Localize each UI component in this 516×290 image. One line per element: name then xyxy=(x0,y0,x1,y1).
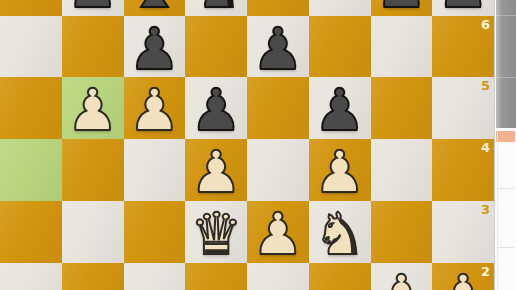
square-h7[interactable]: ♟ xyxy=(432,0,494,16)
scrollbar-thumb-line xyxy=(496,77,516,78)
piece-black-pawn-e6[interactable]: ♟ xyxy=(252,19,304,81)
square-f3[interactable]: ♞ xyxy=(309,201,371,263)
square-g2[interactable]: ♟ xyxy=(371,263,433,290)
piece-white-pawn-b5[interactable]: ♟ xyxy=(67,80,119,142)
square-b5[interactable]: ♟ xyxy=(62,77,124,139)
square-g4[interactable] xyxy=(371,139,433,201)
square-b2[interactable] xyxy=(62,263,124,290)
rank-label-6: 6 xyxy=(481,18,490,31)
panel-separator-line xyxy=(497,188,514,189)
square-b7[interactable]: ♟ xyxy=(62,0,124,16)
square-f2[interactable] xyxy=(309,263,371,290)
square-e4[interactable] xyxy=(247,139,309,201)
piece-white-pawn-c5[interactable]: ♟ xyxy=(128,80,180,142)
square-c4[interactable] xyxy=(124,139,186,201)
square-a4[interactable] xyxy=(0,139,62,201)
panel-separator-line xyxy=(497,247,514,248)
piece-white-pawn-h2[interactable]: ♟ xyxy=(437,266,489,290)
square-h3[interactable]: 3 xyxy=(432,201,494,263)
square-g7[interactable]: ♟ xyxy=(371,0,433,16)
square-c2[interactable] xyxy=(124,263,186,290)
square-a5[interactable] xyxy=(0,77,62,139)
square-d6[interactable] xyxy=(185,16,247,78)
chess-app-window: ♟♝♞♟♟♟♟6♟♟♟♟5♟♟4♛♟♞3♟♟2 xyxy=(0,0,516,290)
scrollbar-thumb-line xyxy=(496,15,516,16)
square-e2[interactable] xyxy=(247,263,309,290)
square-b6[interactable] xyxy=(62,16,124,78)
piece-black-pawn-f5[interactable]: ♟ xyxy=(314,80,366,142)
square-c5[interactable]: ♟ xyxy=(124,77,186,139)
square-f4[interactable]: ♟ xyxy=(309,139,371,201)
square-b4[interactable] xyxy=(62,139,124,201)
piece-white-knight-f3[interactable]: ♞ xyxy=(314,204,366,266)
square-h5[interactable]: 5 xyxy=(432,77,494,139)
piece-white-pawn-g2[interactable]: ♟ xyxy=(375,266,427,290)
chess-board[interactable]: ♟♝♞♟♟♟♟6♟♟♟♟5♟♟4♛♟♞3♟♟2 xyxy=(0,0,494,290)
piece-white-pawn-d4[interactable]: ♟ xyxy=(190,142,242,204)
board-grid: ♟♝♞♟♟♟♟6♟♟♟♟5♟♟4♛♟♞3♟♟2 xyxy=(0,0,494,290)
piece-black-pawn-d5[interactable]: ♟ xyxy=(190,80,242,142)
square-a7[interactable] xyxy=(0,0,62,16)
piece-white-queen-d3[interactable]: ♛ xyxy=(190,204,242,266)
rank-label-4: 4 xyxy=(481,141,490,154)
square-h4[interactable]: 4 xyxy=(432,139,494,201)
square-e6[interactable]: ♟ xyxy=(247,16,309,78)
square-d5[interactable]: ♟ xyxy=(185,77,247,139)
scrollbar-track-edge xyxy=(497,128,498,290)
square-d7[interactable]: ♞ xyxy=(185,0,247,16)
square-c7[interactable]: ♝ xyxy=(124,0,186,16)
square-e3[interactable]: ♟ xyxy=(247,201,309,263)
right-scrollbar[interactable] xyxy=(494,0,516,290)
square-e7[interactable] xyxy=(247,0,309,16)
piece-white-pawn-e3[interactable]: ♟ xyxy=(252,204,304,266)
square-d2[interactable] xyxy=(185,263,247,290)
square-h2[interactable]: ♟2 xyxy=(432,263,494,290)
square-d3[interactable]: ♛ xyxy=(185,201,247,263)
square-b3[interactable] xyxy=(62,201,124,263)
square-c3[interactable] xyxy=(124,201,186,263)
rank-label-5: 5 xyxy=(481,79,490,92)
square-h6[interactable]: 6 xyxy=(432,16,494,78)
scrollbar-thumb[interactable] xyxy=(496,0,516,128)
square-g6[interactable] xyxy=(371,16,433,78)
square-a3[interactable] xyxy=(0,201,62,263)
square-c6[interactable]: ♟ xyxy=(124,16,186,78)
rank-label-3: 3 xyxy=(481,203,490,216)
piece-white-pawn-f4[interactable]: ♟ xyxy=(314,142,366,204)
square-e5[interactable] xyxy=(247,77,309,139)
square-f6[interactable] xyxy=(309,16,371,78)
square-g3[interactable] xyxy=(371,201,433,263)
scrollbar-marker xyxy=(496,131,515,142)
piece-black-pawn-c6[interactable]: ♟ xyxy=(128,19,180,81)
square-g5[interactable] xyxy=(371,77,433,139)
square-a2[interactable] xyxy=(0,263,62,290)
square-f5[interactable]: ♟ xyxy=(309,77,371,139)
square-a6[interactable] xyxy=(0,16,62,78)
square-f7[interactable] xyxy=(309,0,371,16)
square-d4[interactable]: ♟ xyxy=(185,139,247,201)
